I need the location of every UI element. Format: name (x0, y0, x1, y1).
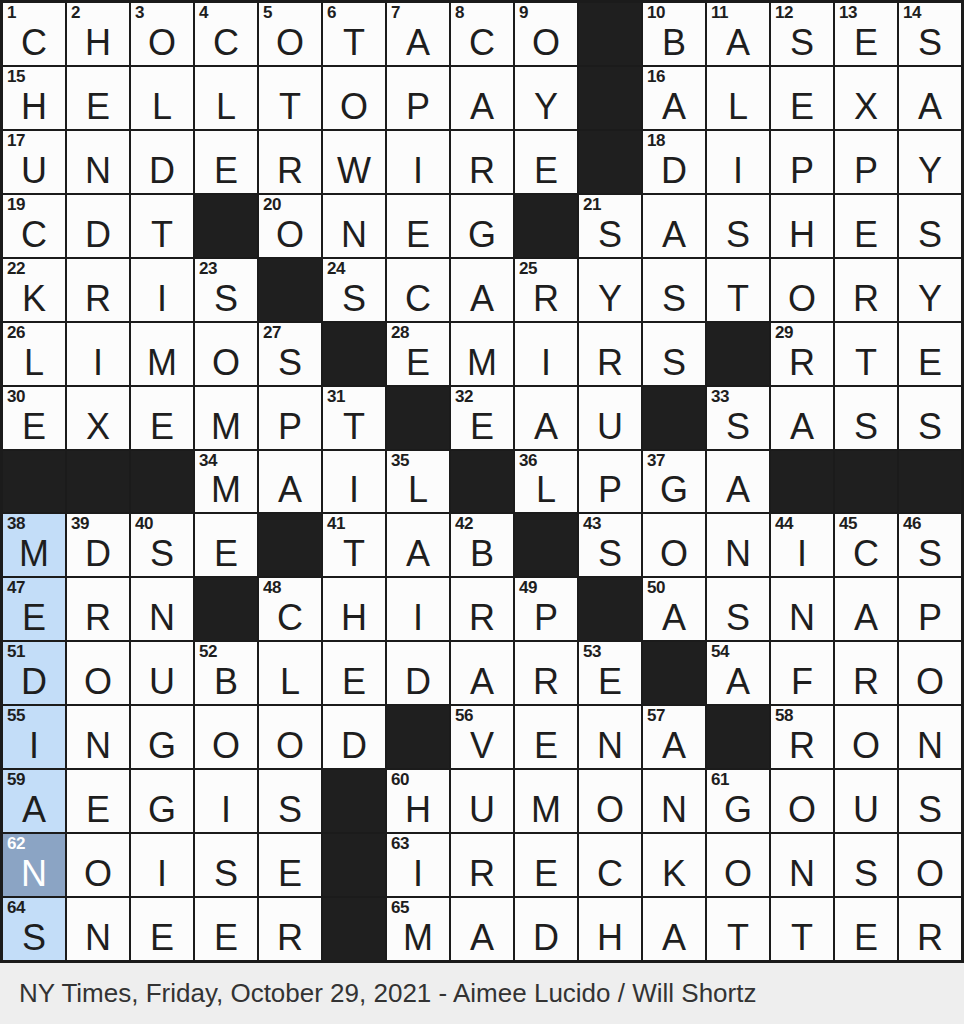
cell-r9c14[interactable]: 45C (835, 514, 897, 576)
cell-r13c2[interactable]: E (67, 770, 129, 832)
cell-letter: L (195, 89, 257, 125)
cell-r15c1[interactable]: 64S (3, 898, 65, 960)
puzzle-caption: NY Times, Friday, October 29, 2021 - Aim… (0, 963, 964, 1024)
cell-r2c13[interactable]: E (771, 67, 833, 129)
cell-r9c11[interactable]: O (643, 514, 705, 576)
cell-r4c7[interactable]: E (387, 195, 449, 257)
cell-r4c8[interactable]: G (451, 195, 513, 257)
cell-r11c15[interactable]: O (899, 642, 961, 704)
cell-letter: A (387, 536, 449, 572)
cell-r4c6[interactable]: N (323, 195, 385, 257)
cell-letter: S (259, 792, 321, 828)
cell-letter: H (323, 600, 385, 636)
cell-letter: E (195, 536, 257, 572)
cell-r12c11[interactable]: 57A (643, 706, 705, 768)
cell-r14c1[interactable]: 62N (3, 834, 65, 896)
cell-letter: E (899, 345, 961, 381)
cell-r13c10[interactable]: O (579, 770, 641, 832)
cell-r13c4[interactable]: I (195, 770, 257, 832)
cell-r15c5[interactable]: R (259, 898, 321, 960)
cell-letter: L (3, 345, 65, 381)
cell-r6c8[interactable]: M (451, 323, 513, 385)
cell-r5c11[interactable]: S (643, 259, 705, 321)
cell-r13c1[interactable]: 59A (3, 770, 65, 832)
clue-number: 29 (775, 323, 793, 343)
cell-r7c12[interactable]: 33S (707, 387, 769, 449)
cell-r9c7[interactable]: A (387, 514, 449, 576)
cell-r10c2[interactable]: R (67, 578, 129, 640)
cell-r13c8[interactable]: U (451, 770, 513, 832)
cell-r4c15[interactable]: S (899, 195, 961, 257)
cell-r3c1[interactable]: 17U (3, 131, 65, 193)
cell-r1c3[interactable]: 3O (131, 3, 193, 65)
cell-r11c9[interactable]: R (515, 642, 577, 704)
clue-number: 6 (327, 3, 336, 23)
cell-r12c13[interactable]: 58R (771, 706, 833, 768)
cell-r6c15[interactable]: E (899, 323, 961, 385)
cell-letter: N (67, 153, 129, 189)
cell-r14c9[interactable]: E (515, 834, 577, 896)
cell-r12c8[interactable]: 56V (451, 706, 513, 768)
clue-number: 14 (903, 3, 921, 23)
cell-r9c8[interactable]: 42B (451, 514, 513, 576)
cell-r7c9[interactable]: A (515, 387, 577, 449)
cell-r15c13[interactable]: T (771, 898, 833, 960)
clue-number: 16 (647, 67, 665, 87)
clue-number: 7 (391, 3, 400, 23)
clue-number: 40 (135, 514, 153, 534)
cell-r1c15[interactable]: 14S (899, 3, 961, 65)
cell-letter: B (643, 25, 705, 61)
cell-letter: G (451, 217, 513, 253)
cell-r13c3[interactable]: G (131, 770, 193, 832)
cell-letter: D (643, 153, 705, 189)
cell-r12c5[interactable]: O (259, 706, 321, 768)
cell-r5c12[interactable]: T (707, 259, 769, 321)
cell-r1c8[interactable]: 8C (451, 3, 513, 65)
cell-r6c14[interactable]: T (835, 323, 897, 385)
cell-r15c2[interactable]: N (67, 898, 129, 960)
cell-r3c4[interactable]: E (195, 131, 257, 193)
cell-r2c11[interactable]: 16A (643, 67, 705, 129)
cell-r10c6[interactable]: H (323, 578, 385, 640)
cell-r14c2[interactable]: O (67, 834, 129, 896)
cell-r5c4[interactable]: 23S (195, 259, 257, 321)
cell-letter: S (195, 281, 257, 317)
cell-r6c1[interactable]: 26L (3, 323, 65, 385)
cell-r10c13[interactable]: N (771, 578, 833, 640)
cell-r11c1[interactable]: 51D (3, 642, 65, 704)
cell-r15c12[interactable]: T (707, 898, 769, 960)
cell-letter: R (835, 664, 897, 700)
cell-r3c7[interactable]: I (387, 131, 449, 193)
cell-r5c9[interactable]: 25R (515, 259, 577, 321)
clue-number: 31 (327, 387, 345, 407)
cell-r13c5[interactable]: S (259, 770, 321, 832)
cell-r5c1[interactable]: 22K (3, 259, 65, 321)
cell-r14c3[interactable]: I (131, 834, 193, 896)
cell-r11c8[interactable]: A (451, 642, 513, 704)
cell-r11c14[interactable]: R (835, 642, 897, 704)
cell-r9c15[interactable]: 46S (899, 514, 961, 576)
cell-r2c3[interactable]: L (131, 67, 193, 129)
cell-r8c5[interactable]: A (259, 451, 321, 513)
cell-letter: O (259, 728, 321, 764)
cell-r1c4[interactable]: 4C (195, 3, 257, 65)
cell-r12c10[interactable]: N (579, 706, 641, 768)
cell-r12c9[interactable]: E (515, 706, 577, 768)
cell-letter: E (131, 920, 193, 956)
cell-letter: I (3, 728, 65, 764)
cell-r4c2[interactable]: D (67, 195, 129, 257)
cell-r14c4[interactable]: S (195, 834, 257, 896)
cell-r15c3[interactable]: E (131, 898, 193, 960)
cell-letter: P (771, 153, 833, 189)
cell-letter: O (195, 345, 257, 381)
cell-r2c8[interactable]: A (451, 67, 513, 129)
cell-r14c12[interactable]: O (707, 834, 769, 896)
cell-r6c2[interactable]: I (67, 323, 129, 385)
cell-r1c14[interactable]: 13E (835, 3, 897, 65)
cell-letter: C (579, 856, 641, 892)
cell-r6c10[interactable]: R (579, 323, 641, 385)
cell-r6c7[interactable]: 28E (387, 323, 449, 385)
cell-r10c11[interactable]: 50A (643, 578, 705, 640)
cell-r13c9[interactable]: M (515, 770, 577, 832)
cell-r7c5[interactable]: P (259, 387, 321, 449)
cell-letter: S (899, 217, 961, 253)
cell-r1c11[interactable]: 10B (643, 3, 705, 65)
cell-r11c12[interactable]: 54A (707, 642, 769, 704)
cell-r3c6[interactable]: W (323, 131, 385, 193)
cell-r7c3[interactable]: E (131, 387, 193, 449)
cell-r3c14[interactable]: P (835, 131, 897, 193)
cell-r7c1[interactable]: 30E (3, 387, 65, 449)
cell-r10c1[interactable]: 47E (3, 578, 65, 640)
cell-letter: R (67, 600, 129, 636)
cell-letter: G (131, 728, 193, 764)
cell-letter: P (835, 153, 897, 189)
cell-r11c2[interactable]: O (67, 642, 129, 704)
cell-r8c12[interactable]: A (707, 451, 769, 513)
cell-r4c13[interactable]: H (771, 195, 833, 257)
cell-r7c13[interactable]: A (771, 387, 833, 449)
clue-number: 21 (583, 195, 601, 215)
cell-r2c2[interactable]: E (67, 67, 129, 129)
cell-letter: E (515, 728, 577, 764)
cell-r1c2[interactable]: 2H (67, 3, 129, 65)
clue-number: 20 (263, 195, 281, 215)
cell-r11c10[interactable]: 53E (579, 642, 641, 704)
cell-r1c13[interactable]: 12S (771, 3, 833, 65)
cell-r2c4[interactable]: L (195, 67, 257, 129)
clue-number: 53 (583, 642, 601, 662)
cell-r9c1[interactable]: 38M (3, 514, 65, 576)
clue-number: 45 (839, 514, 857, 534)
cell-r13c12[interactable]: 61G (707, 770, 769, 832)
cell-r11c6[interactable]: E (323, 642, 385, 704)
cell-r3c15[interactable]: Y (899, 131, 961, 193)
cell-r15c11[interactable]: A (643, 898, 705, 960)
cell-r1c9[interactable]: 9O (515, 3, 577, 65)
cell-letter: M (131, 345, 193, 381)
cell-letter: S (835, 856, 897, 892)
cell-r10c12[interactable]: S (707, 578, 769, 640)
cell-r5c8[interactable]: A (451, 259, 513, 321)
cell-r5c15[interactable]: Y (899, 259, 961, 321)
cell-letter: O (195, 728, 257, 764)
cell-r15c8[interactable]: A (451, 898, 513, 960)
cell-r4c14[interactable]: E (835, 195, 897, 257)
cell-r7c2[interactable]: X (67, 387, 129, 449)
cell-r6c3[interactable]: M (131, 323, 193, 385)
cell-r4c10[interactable]: 21S (579, 195, 641, 257)
cell-letter: O (835, 728, 897, 764)
clue-number: 49 (519, 578, 537, 598)
cell-r1c1[interactable]: 1C (3, 3, 65, 65)
cell-r2c15[interactable]: A (899, 67, 961, 129)
cell-r1c6[interactable]: 6T (323, 3, 385, 65)
cell-letter: S (259, 345, 321, 381)
cell-r2c12[interactable]: L (707, 67, 769, 129)
clue-number: 15 (7, 67, 25, 87)
clue-number: 61 (711, 770, 729, 790)
cell-r8c10[interactable]: P (579, 451, 641, 513)
cell-r4c12[interactable]: S (707, 195, 769, 257)
cell-letter: O (67, 664, 129, 700)
cell-letter: A (259, 472, 321, 508)
cell-letter: S (899, 25, 961, 61)
cell-letter: O (579, 792, 641, 828)
cell-r2c1[interactable]: 15H (3, 67, 65, 129)
cell-r10c3[interactable]: N (131, 578, 193, 640)
cell-r3c11[interactable]: 18D (643, 131, 705, 193)
cell-r1c12[interactable]: 11A (707, 3, 769, 65)
cell-r8c6[interactable]: I (323, 451, 385, 513)
cell-r5c10[interactable]: Y (579, 259, 641, 321)
cell-r8c7[interactable]: 35L (387, 451, 449, 513)
cell-r14c14[interactable]: S (835, 834, 897, 896)
cell-letter: E (387, 345, 449, 381)
cell-r15c9[interactable]: D (515, 898, 577, 960)
cell-r6c13[interactable]: 29R (771, 323, 833, 385)
cell-letter: C (387, 281, 449, 317)
clue-number: 43 (583, 514, 601, 534)
black-square-r10c10 (579, 578, 641, 640)
cell-letter: A (451, 920, 513, 956)
cell-letter: A (451, 89, 513, 125)
cell-r5c14[interactable]: R (835, 259, 897, 321)
cell-r12c4[interactable]: O (195, 706, 257, 768)
cell-r3c12[interactable]: I (707, 131, 769, 193)
cell-r13c7[interactable]: 60H (387, 770, 449, 832)
cell-r14c15[interactable]: O (899, 834, 961, 896)
cell-r2c5[interactable]: T (259, 67, 321, 129)
cell-letter: T (323, 536, 385, 572)
cell-r9c2[interactable]: 39D (67, 514, 129, 576)
cell-letter: M (515, 792, 577, 828)
cell-letter: D (67, 536, 129, 572)
cell-r12c6[interactable]: D (323, 706, 385, 768)
cell-r7c10[interactable]: U (579, 387, 641, 449)
cell-r2c9[interactable]: Y (515, 67, 577, 129)
black-square-r14c6 (323, 834, 385, 896)
cell-letter: U (451, 792, 513, 828)
cell-letter: N (771, 856, 833, 892)
cell-r13c13[interactable]: O (771, 770, 833, 832)
black-square-r6c6 (323, 323, 385, 385)
cell-letter: A (835, 600, 897, 636)
cell-letter: N (67, 728, 129, 764)
cell-r7c6[interactable]: 31T (323, 387, 385, 449)
cell-r12c1[interactable]: 55I (3, 706, 65, 768)
cell-letter: O (899, 664, 961, 700)
cell-r4c3[interactable]: T (131, 195, 193, 257)
cell-r13c15[interactable]: S (899, 770, 961, 832)
cell-r9c10[interactable]: 43S (579, 514, 641, 576)
cell-r6c9[interactable]: I (515, 323, 577, 385)
cell-r10c14[interactable]: A (835, 578, 897, 640)
cell-letter: I (387, 856, 449, 892)
cell-letter: O (259, 217, 321, 253)
cell-r14c10[interactable]: C (579, 834, 641, 896)
cell-r5c13[interactable]: O (771, 259, 833, 321)
cell-r15c14[interactable]: E (835, 898, 897, 960)
cell-r7c8[interactable]: 32E (451, 387, 513, 449)
cell-r10c8[interactable]: R (451, 578, 513, 640)
cell-letter: K (3, 281, 65, 317)
cell-letter: L (707, 89, 769, 125)
cell-r2c6[interactable]: O (323, 67, 385, 129)
cell-letter: O (259, 25, 321, 61)
black-square-r8c13 (771, 451, 833, 513)
clue-number: 26 (7, 323, 25, 343)
cell-r12c2[interactable]: N (67, 706, 129, 768)
cell-letter: E (515, 153, 577, 189)
cell-letter: S (835, 409, 897, 445)
cell-r9c12[interactable]: N (707, 514, 769, 576)
cell-r3c5[interactable]: R (259, 131, 321, 193)
cell-r9c3[interactable]: 40S (131, 514, 193, 576)
cell-r5c3[interactable]: I (131, 259, 193, 321)
cell-r14c7[interactable]: 63I (387, 834, 449, 896)
cell-r1c5[interactable]: 5O (259, 3, 321, 65)
cell-r1c7[interactable]: 7A (387, 3, 449, 65)
cell-r14c8[interactable]: R (451, 834, 513, 896)
clue-number: 17 (7, 131, 25, 151)
cell-r9c6[interactable]: 41T (323, 514, 385, 576)
cell-r10c7[interactable]: I (387, 578, 449, 640)
cell-r6c4[interactable]: O (195, 323, 257, 385)
cell-letter: T (707, 281, 769, 317)
cell-r11c7[interactable]: D (387, 642, 449, 704)
cell-r3c3[interactable]: D (131, 131, 193, 193)
cell-r4c1[interactable]: 19C (3, 195, 65, 257)
cell-letter: F (771, 664, 833, 700)
cell-r3c2[interactable]: N (67, 131, 129, 193)
clue-number: 13 (839, 3, 857, 23)
cell-r3c13[interactable]: P (771, 131, 833, 193)
clue-number: 25 (519, 259, 537, 279)
cell-r5c7[interactable]: C (387, 259, 449, 321)
cell-r13c11[interactable]: N (643, 770, 705, 832)
cell-r3c8[interactable]: R (451, 131, 513, 193)
cell-r10c9[interactable]: 49P (515, 578, 577, 640)
cell-r12c3[interactable]: G (131, 706, 193, 768)
cell-r7c15[interactable]: S (899, 387, 961, 449)
cell-r11c13[interactable]: F (771, 642, 833, 704)
cell-r6c11[interactable]: S (643, 323, 705, 385)
cell-r15c15[interactable]: R (899, 898, 961, 960)
cell-r5c6[interactable]: 24S (323, 259, 385, 321)
cell-r12c15[interactable]: N (899, 706, 961, 768)
cell-letter: E (771, 89, 833, 125)
cell-letter: R (451, 856, 513, 892)
cell-r10c15[interactable]: P (899, 578, 961, 640)
cell-r7c4[interactable]: M (195, 387, 257, 449)
cell-letter: X (67, 409, 129, 445)
cell-r15c10[interactable]: H (579, 898, 641, 960)
clue-number: 44 (775, 514, 793, 534)
cell-r8c9[interactable]: 36L (515, 451, 577, 513)
cell-r2c7[interactable]: P (387, 67, 449, 129)
cell-letter: I (387, 600, 449, 636)
cell-letter: H (3, 89, 65, 125)
cell-r14c5[interactable]: E (259, 834, 321, 896)
cell-r9c4[interactable]: E (195, 514, 257, 576)
cell-r3c9[interactable]: E (515, 131, 577, 193)
cell-letter: A (643, 600, 705, 636)
cell-r6c5[interactable]: 27S (259, 323, 321, 385)
cell-letter: R (259, 920, 321, 956)
cell-letter: L (131, 89, 193, 125)
cell-r14c11[interactable]: K (643, 834, 705, 896)
cell-letter: R (771, 345, 833, 381)
cell-r15c4[interactable]: E (195, 898, 257, 960)
cell-letter: I (515, 345, 577, 381)
cell-letter: N (899, 728, 961, 764)
clue-number: 38 (7, 514, 25, 534)
cell-r13c14[interactable]: U (835, 770, 897, 832)
cell-letter: R (515, 664, 577, 700)
cell-r2c14[interactable]: X (835, 67, 897, 129)
cell-r14c13[interactable]: N (771, 834, 833, 896)
cell-r15c7[interactable]: 65M (387, 898, 449, 960)
cell-letter: A (899, 89, 961, 125)
cell-r8c11[interactable]: 37G (643, 451, 705, 513)
cell-r12c14[interactable]: O (835, 706, 897, 768)
cell-r4c11[interactable]: A (643, 195, 705, 257)
crossword-board: 1C2H3O4C5O6T7A8C9O10B11A12S13E14S15HELLT… (0, 0, 964, 963)
cell-r11c4[interactable]: 52B (195, 642, 257, 704)
cell-letter: M (387, 920, 449, 956)
cell-r7c14[interactable]: S (835, 387, 897, 449)
cell-r10c5[interactable]: 48C (259, 578, 321, 640)
cell-letter: R (835, 281, 897, 317)
cell-r8c4[interactable]: 34M (195, 451, 257, 513)
cell-r9c13[interactable]: 44I (771, 514, 833, 576)
cell-letter: E (835, 25, 897, 61)
cell-letter: O (771, 792, 833, 828)
clue-number: 9 (519, 3, 528, 23)
cell-letter: E (3, 600, 65, 636)
cell-letter: T (835, 345, 897, 381)
cell-r11c3[interactable]: U (131, 642, 193, 704)
cell-r11c5[interactable]: L (259, 642, 321, 704)
cell-letter: M (195, 409, 257, 445)
cell-r4c5[interactable]: 20O (259, 195, 321, 257)
cell-r5c2[interactable]: R (67, 259, 129, 321)
